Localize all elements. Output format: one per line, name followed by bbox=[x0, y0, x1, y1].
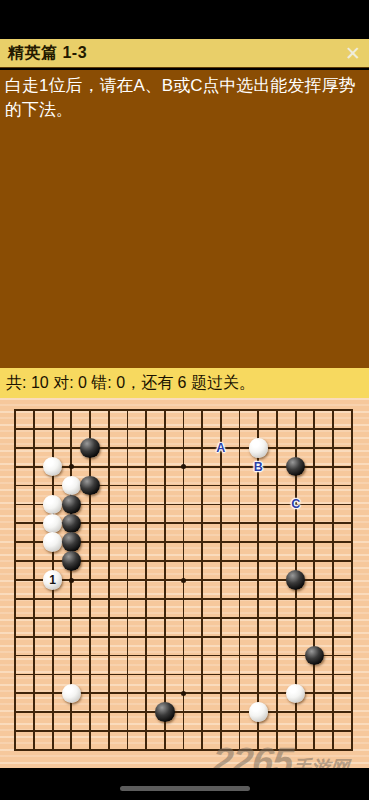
grid-line bbox=[14, 598, 352, 600]
black-stone bbox=[80, 438, 100, 458]
grid-line bbox=[332, 409, 334, 751]
white-stone bbox=[249, 702, 269, 722]
question-text-line2: 的下法。 bbox=[5, 98, 364, 123]
black-stone bbox=[62, 514, 82, 534]
star-point bbox=[69, 464, 74, 469]
go-board[interactable]: ABC1 bbox=[0, 398, 369, 768]
grid-line bbox=[276, 409, 278, 751]
black-stone bbox=[62, 495, 82, 515]
close-icon[interactable]: ✕ bbox=[345, 44, 361, 63]
grid-line bbox=[14, 636, 352, 638]
choice-point-b[interactable]: B bbox=[249, 458, 267, 476]
grid-line bbox=[14, 655, 352, 657]
grid-line bbox=[14, 730, 352, 732]
black-stone bbox=[286, 570, 306, 590]
page-title: 精英篇 1-3 bbox=[8, 43, 87, 64]
grid-line bbox=[220, 409, 222, 751]
bottom-system-bar bbox=[0, 768, 369, 800]
choice-point-c[interactable]: C bbox=[287, 495, 305, 513]
grid-line bbox=[313, 409, 315, 751]
home-indicator-bar[interactable] bbox=[120, 786, 250, 791]
grid-line bbox=[201, 409, 203, 751]
black-stone bbox=[62, 551, 82, 571]
grid-line bbox=[14, 711, 352, 713]
star-point bbox=[69, 578, 74, 583]
white-stone bbox=[62, 684, 82, 704]
star-point bbox=[181, 578, 186, 583]
grid-line bbox=[351, 409, 353, 751]
question-text-line1: 白走1位后，请在A、B或C点中选出能发挥厚势 bbox=[5, 74, 364, 99]
question-panel: 白走1位后，请在A、B或C点中选出能发挥厚势 的下法。 bbox=[0, 70, 369, 369]
star-point bbox=[181, 464, 186, 469]
white-stone-move-1: 1 bbox=[43, 570, 63, 590]
choice-point-a[interactable]: A bbox=[212, 439, 230, 457]
black-stone bbox=[305, 646, 325, 666]
score-bar: 共: 10 对: 0 错: 0，还有 6 题过关。 bbox=[0, 368, 369, 398]
title-bar: 精英篇 1-3 ✕ bbox=[0, 39, 369, 68]
black-stone bbox=[62, 532, 82, 552]
white-stone bbox=[43, 532, 63, 552]
white-stone bbox=[43, 514, 63, 534]
grid-line bbox=[14, 674, 352, 676]
grid-line bbox=[239, 409, 241, 751]
top-black-area bbox=[0, 0, 369, 39]
black-stone bbox=[155, 702, 175, 722]
app-screen: 精英篇 1-3 ✕ 白走1位后，请在A、B或C点中选出能发挥厚势 的下法。 共:… bbox=[0, 0, 369, 800]
black-stone bbox=[286, 457, 306, 477]
grid-line bbox=[14, 617, 352, 619]
score-text: 共: 10 对: 0 错: 0，还有 6 题过关。 bbox=[6, 373, 255, 394]
white-stone bbox=[43, 457, 63, 477]
white-stone bbox=[62, 476, 82, 496]
black-stone bbox=[80, 476, 100, 496]
white-stone bbox=[249, 438, 269, 458]
star-point bbox=[181, 691, 186, 696]
white-stone bbox=[286, 684, 306, 704]
white-stone bbox=[43, 495, 63, 515]
